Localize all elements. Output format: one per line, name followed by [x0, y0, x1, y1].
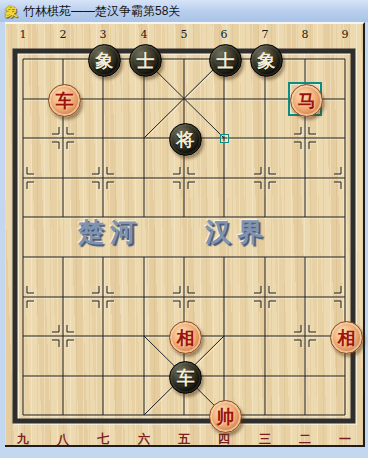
file-label-bottom-2: 八 — [52, 433, 74, 446]
file-label-bottom-5: 五 — [173, 433, 195, 446]
file-label-top-2: 2 — [53, 28, 73, 41]
piece-red-general[interactable]: 帅 — [209, 400, 242, 433]
file-label-bottom-1: 九 — [12, 433, 34, 446]
file-label-top-7: 7 — [255, 28, 275, 41]
file-label-top-6: 6 — [214, 28, 234, 41]
file-label-top-4: 4 — [134, 28, 154, 41]
piece-black-advisor[interactable]: 士 — [209, 44, 242, 77]
file-label-top-3: 3 — [93, 28, 113, 41]
file-label-top-8: 8 — [295, 28, 315, 41]
piece-black-elephant[interactable]: 象 — [250, 44, 283, 77]
piece-red-chariot[interactable]: 车 — [48, 84, 81, 117]
file-label-top-1: 1 — [13, 28, 33, 41]
cursor-marker — [220, 134, 229, 143]
file-label-bottom-8: 二 — [294, 433, 316, 446]
file-label-top-5: 5 — [174, 28, 194, 41]
piece-black-elephant[interactable]: 象 — [88, 44, 121, 77]
piece-black-chariot[interactable]: 车 — [169, 361, 202, 394]
piece-red-elephant[interactable]: 相 — [330, 321, 363, 354]
piece-red-elephant[interactable]: 相 — [169, 321, 202, 354]
file-label-bottom-6: 四 — [213, 433, 235, 446]
app-window: 象 竹林棋苑——楚汉争霸第58关 楚河 汉界 123456789 九八七六五四三… — [0, 0, 368, 458]
xiangqi-board[interactable]: 楚河 汉界 123456789 九八七六五四三二一 象士士象车马将相相车帅 — [5, 22, 365, 447]
file-label-bottom-7: 三 — [254, 433, 276, 446]
piece-black-general[interactable]: 将 — [169, 123, 202, 156]
file-label-bottom-4: 六 — [133, 433, 155, 446]
file-label-bottom-3: 七 — [92, 433, 114, 446]
title-bar[interactable]: 象 竹林棋苑——楚汉争霸第58关 — [0, 0, 368, 22]
piece-red-horse[interactable]: 马 — [290, 84, 323, 117]
window-title: 竹林棋苑——楚汉争霸第58关 — [23, 3, 180, 20]
file-label-top-9: 9 — [335, 28, 355, 41]
piece-black-advisor[interactable]: 士 — [129, 44, 162, 77]
app-icon: 象 — [5, 5, 18, 18]
file-label-bottom-9: 一 — [334, 433, 356, 446]
